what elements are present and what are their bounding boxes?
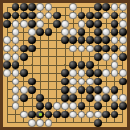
white-stone[interactable] bbox=[12, 20, 20, 28]
white-stone[interactable] bbox=[102, 12, 110, 20]
white-stone[interactable] bbox=[61, 28, 69, 36]
white-stone[interactable] bbox=[69, 78, 77, 86]
white-stone[interactable] bbox=[12, 86, 20, 94]
black-stone[interactable] bbox=[86, 36, 94, 44]
black-stone[interactable] bbox=[61, 36, 69, 44]
white-stone[interactable] bbox=[111, 36, 119, 44]
black-stone[interactable] bbox=[86, 94, 94, 102]
white-stone[interactable] bbox=[69, 12, 77, 20]
last-move-marker bbox=[39, 113, 42, 116]
black-stone[interactable] bbox=[36, 102, 44, 110]
star-point bbox=[31, 97, 33, 99]
black-stone[interactable] bbox=[86, 69, 94, 77]
white-stone[interactable] bbox=[12, 53, 20, 61]
white-stone[interactable] bbox=[12, 28, 20, 36]
white-stone[interactable] bbox=[12, 102, 20, 110]
black-stone[interactable] bbox=[94, 86, 102, 94]
black-stone[interactable] bbox=[78, 28, 86, 36]
white-stone[interactable] bbox=[69, 69, 77, 77]
black-stone[interactable] bbox=[53, 20, 61, 28]
black-stone[interactable] bbox=[45, 102, 53, 110]
white-stone[interactable] bbox=[102, 69, 110, 77]
black-stone[interactable] bbox=[102, 111, 110, 119]
black-stone[interactable] bbox=[28, 3, 36, 11]
black-stone[interactable] bbox=[3, 61, 11, 69]
black-stone[interactable] bbox=[94, 20, 102, 28]
white-stone[interactable] bbox=[61, 20, 69, 28]
white-stone[interactable] bbox=[78, 111, 86, 119]
white-stone[interactable] bbox=[111, 53, 119, 61]
black-stone[interactable] bbox=[102, 45, 110, 53]
white-stone[interactable] bbox=[119, 94, 127, 102]
black-stone[interactable] bbox=[102, 36, 110, 44]
white-stone[interactable] bbox=[69, 3, 77, 11]
black-stone[interactable] bbox=[78, 36, 86, 44]
white-stone[interactable] bbox=[12, 36, 20, 44]
white-stone[interactable] bbox=[36, 3, 44, 11]
black-stone[interactable] bbox=[86, 86, 94, 94]
black-stone[interactable] bbox=[61, 86, 69, 94]
white-stone[interactable] bbox=[94, 111, 102, 119]
white-stone[interactable] bbox=[61, 102, 69, 110]
black-stone[interactable] bbox=[119, 102, 127, 110]
white-stone[interactable] bbox=[119, 45, 127, 53]
black-stone[interactable] bbox=[94, 28, 102, 36]
black-stone[interactable] bbox=[94, 102, 102, 110]
black-stone[interactable] bbox=[45, 111, 53, 119]
white-stone[interactable] bbox=[78, 45, 86, 53]
white-stone[interactable] bbox=[111, 69, 119, 77]
black-stone[interactable] bbox=[12, 61, 20, 69]
black-stone[interactable] bbox=[20, 94, 28, 102]
white-stone[interactable] bbox=[36, 20, 44, 28]
black-stone[interactable] bbox=[61, 69, 69, 77]
go-app-window bbox=[0, 0, 130, 130]
black-stone[interactable] bbox=[61, 111, 69, 119]
star-point bbox=[97, 64, 99, 66]
black-stone[interactable] bbox=[94, 45, 102, 53]
white-stone[interactable] bbox=[78, 69, 86, 77]
black-stone[interactable] bbox=[69, 61, 77, 69]
black-stone[interactable] bbox=[69, 36, 77, 44]
black-stone[interactable] bbox=[20, 45, 28, 53]
black-stone[interactable] bbox=[36, 94, 44, 102]
black-stone[interactable] bbox=[20, 69, 28, 77]
black-stone[interactable] bbox=[94, 78, 102, 86]
white-stone[interactable] bbox=[20, 111, 28, 119]
black-stone[interactable] bbox=[69, 94, 77, 102]
black-stone[interactable] bbox=[86, 61, 94, 69]
white-stone[interactable] bbox=[78, 78, 86, 86]
white-stone[interactable] bbox=[69, 28, 77, 36]
star-point bbox=[64, 64, 66, 66]
black-stone[interactable] bbox=[102, 3, 110, 11]
white-stone[interactable] bbox=[45, 3, 53, 11]
white-stone[interactable] bbox=[3, 69, 11, 77]
go-board[interactable] bbox=[0, 0, 130, 130]
white-stone[interactable] bbox=[69, 45, 77, 53]
black-stone[interactable] bbox=[3, 12, 11, 20]
black-stone[interactable] bbox=[53, 111, 61, 119]
black-stone[interactable] bbox=[111, 86, 119, 94]
white-stone[interactable] bbox=[28, 28, 36, 36]
black-stone[interactable] bbox=[119, 53, 127, 61]
black-stone[interactable] bbox=[28, 45, 36, 53]
white-stone[interactable] bbox=[119, 69, 127, 77]
black-stone[interactable] bbox=[102, 94, 110, 102]
black-stone[interactable] bbox=[78, 102, 86, 110]
white-stone[interactable] bbox=[111, 3, 119, 11]
black-stone[interactable] bbox=[94, 119, 102, 127]
black-stone[interactable] bbox=[61, 94, 69, 102]
black-stone[interactable] bbox=[119, 78, 127, 86]
black-stone[interactable] bbox=[78, 12, 86, 20]
white-stone[interactable] bbox=[69, 102, 77, 110]
white-stone[interactable] bbox=[86, 111, 94, 119]
black-stone[interactable] bbox=[28, 86, 36, 94]
black-stone[interactable] bbox=[28, 36, 36, 44]
white-stone[interactable] bbox=[111, 94, 119, 102]
black-stone[interactable] bbox=[53, 12, 61, 20]
black-stone[interactable] bbox=[61, 78, 69, 86]
white-stone[interactable] bbox=[119, 12, 127, 20]
black-stone[interactable] bbox=[111, 20, 119, 28]
black-stone[interactable] bbox=[111, 12, 119, 20]
black-stone[interactable] bbox=[78, 86, 86, 94]
black-stone[interactable] bbox=[3, 20, 11, 28]
star-point bbox=[31, 64, 33, 66]
white-stone[interactable] bbox=[102, 28, 110, 36]
white-stone[interactable] bbox=[12, 69, 20, 77]
black-stone[interactable] bbox=[78, 61, 86, 69]
black-stone[interactable] bbox=[94, 36, 102, 44]
black-stone[interactable] bbox=[111, 102, 119, 110]
black-stone[interactable] bbox=[12, 12, 20, 20]
white-stone[interactable] bbox=[45, 119, 53, 127]
white-stone[interactable] bbox=[119, 3, 127, 11]
black-stone[interactable] bbox=[111, 28, 119, 36]
white-stone[interactable] bbox=[69, 86, 77, 94]
white-stone[interactable] bbox=[102, 53, 110, 61]
white-stone[interactable] bbox=[20, 20, 28, 28]
white-stone[interactable] bbox=[20, 86, 28, 94]
white-stone[interactable] bbox=[86, 45, 94, 53]
black-stone[interactable] bbox=[20, 3, 28, 11]
black-stone[interactable] bbox=[111, 111, 119, 119]
white-stone[interactable] bbox=[78, 20, 86, 28]
black-stone[interactable] bbox=[36, 28, 44, 36]
white-stone[interactable] bbox=[36, 119, 44, 127]
white-stone[interactable] bbox=[94, 94, 102, 102]
black-stone[interactable] bbox=[86, 12, 94, 20]
white-stone[interactable] bbox=[12, 45, 20, 53]
black-stone[interactable] bbox=[86, 20, 94, 28]
black-stone[interactable] bbox=[20, 53, 28, 61]
white-stone[interactable] bbox=[3, 36, 11, 44]
white-stone[interactable] bbox=[45, 12, 53, 20]
black-stone[interactable] bbox=[28, 78, 36, 86]
white-stone[interactable] bbox=[12, 94, 20, 102]
black-stone[interactable] bbox=[45, 28, 53, 36]
white-stone[interactable] bbox=[119, 20, 127, 28]
white-stone[interactable] bbox=[28, 119, 36, 127]
black-stone[interactable] bbox=[94, 12, 102, 20]
black-stone[interactable] bbox=[12, 3, 20, 11]
black-stone[interactable] bbox=[119, 28, 127, 36]
white-stone[interactable] bbox=[12, 78, 20, 86]
black-stone[interactable] bbox=[28, 111, 36, 119]
black-stone[interactable] bbox=[94, 3, 102, 11]
white-stone[interactable] bbox=[102, 86, 110, 94]
black-stone[interactable] bbox=[111, 45, 119, 53]
black-stone[interactable] bbox=[94, 53, 102, 61]
white-stone[interactable] bbox=[53, 102, 61, 110]
white-stone[interactable] bbox=[3, 53, 11, 61]
white-stone[interactable] bbox=[86, 78, 94, 86]
white-stone[interactable] bbox=[3, 45, 11, 53]
grid-line-horizontal bbox=[7, 122, 124, 123]
white-stone[interactable] bbox=[36, 12, 44, 20]
black-stone[interactable] bbox=[20, 12, 28, 20]
white-stone[interactable] bbox=[111, 61, 119, 69]
black-stone[interactable] bbox=[28, 20, 36, 28]
black-stone[interactable] bbox=[94, 69, 102, 77]
white-stone[interactable] bbox=[69, 111, 77, 119]
white-stone[interactable] bbox=[119, 36, 127, 44]
black-stone[interactable] bbox=[28, 12, 36, 20]
